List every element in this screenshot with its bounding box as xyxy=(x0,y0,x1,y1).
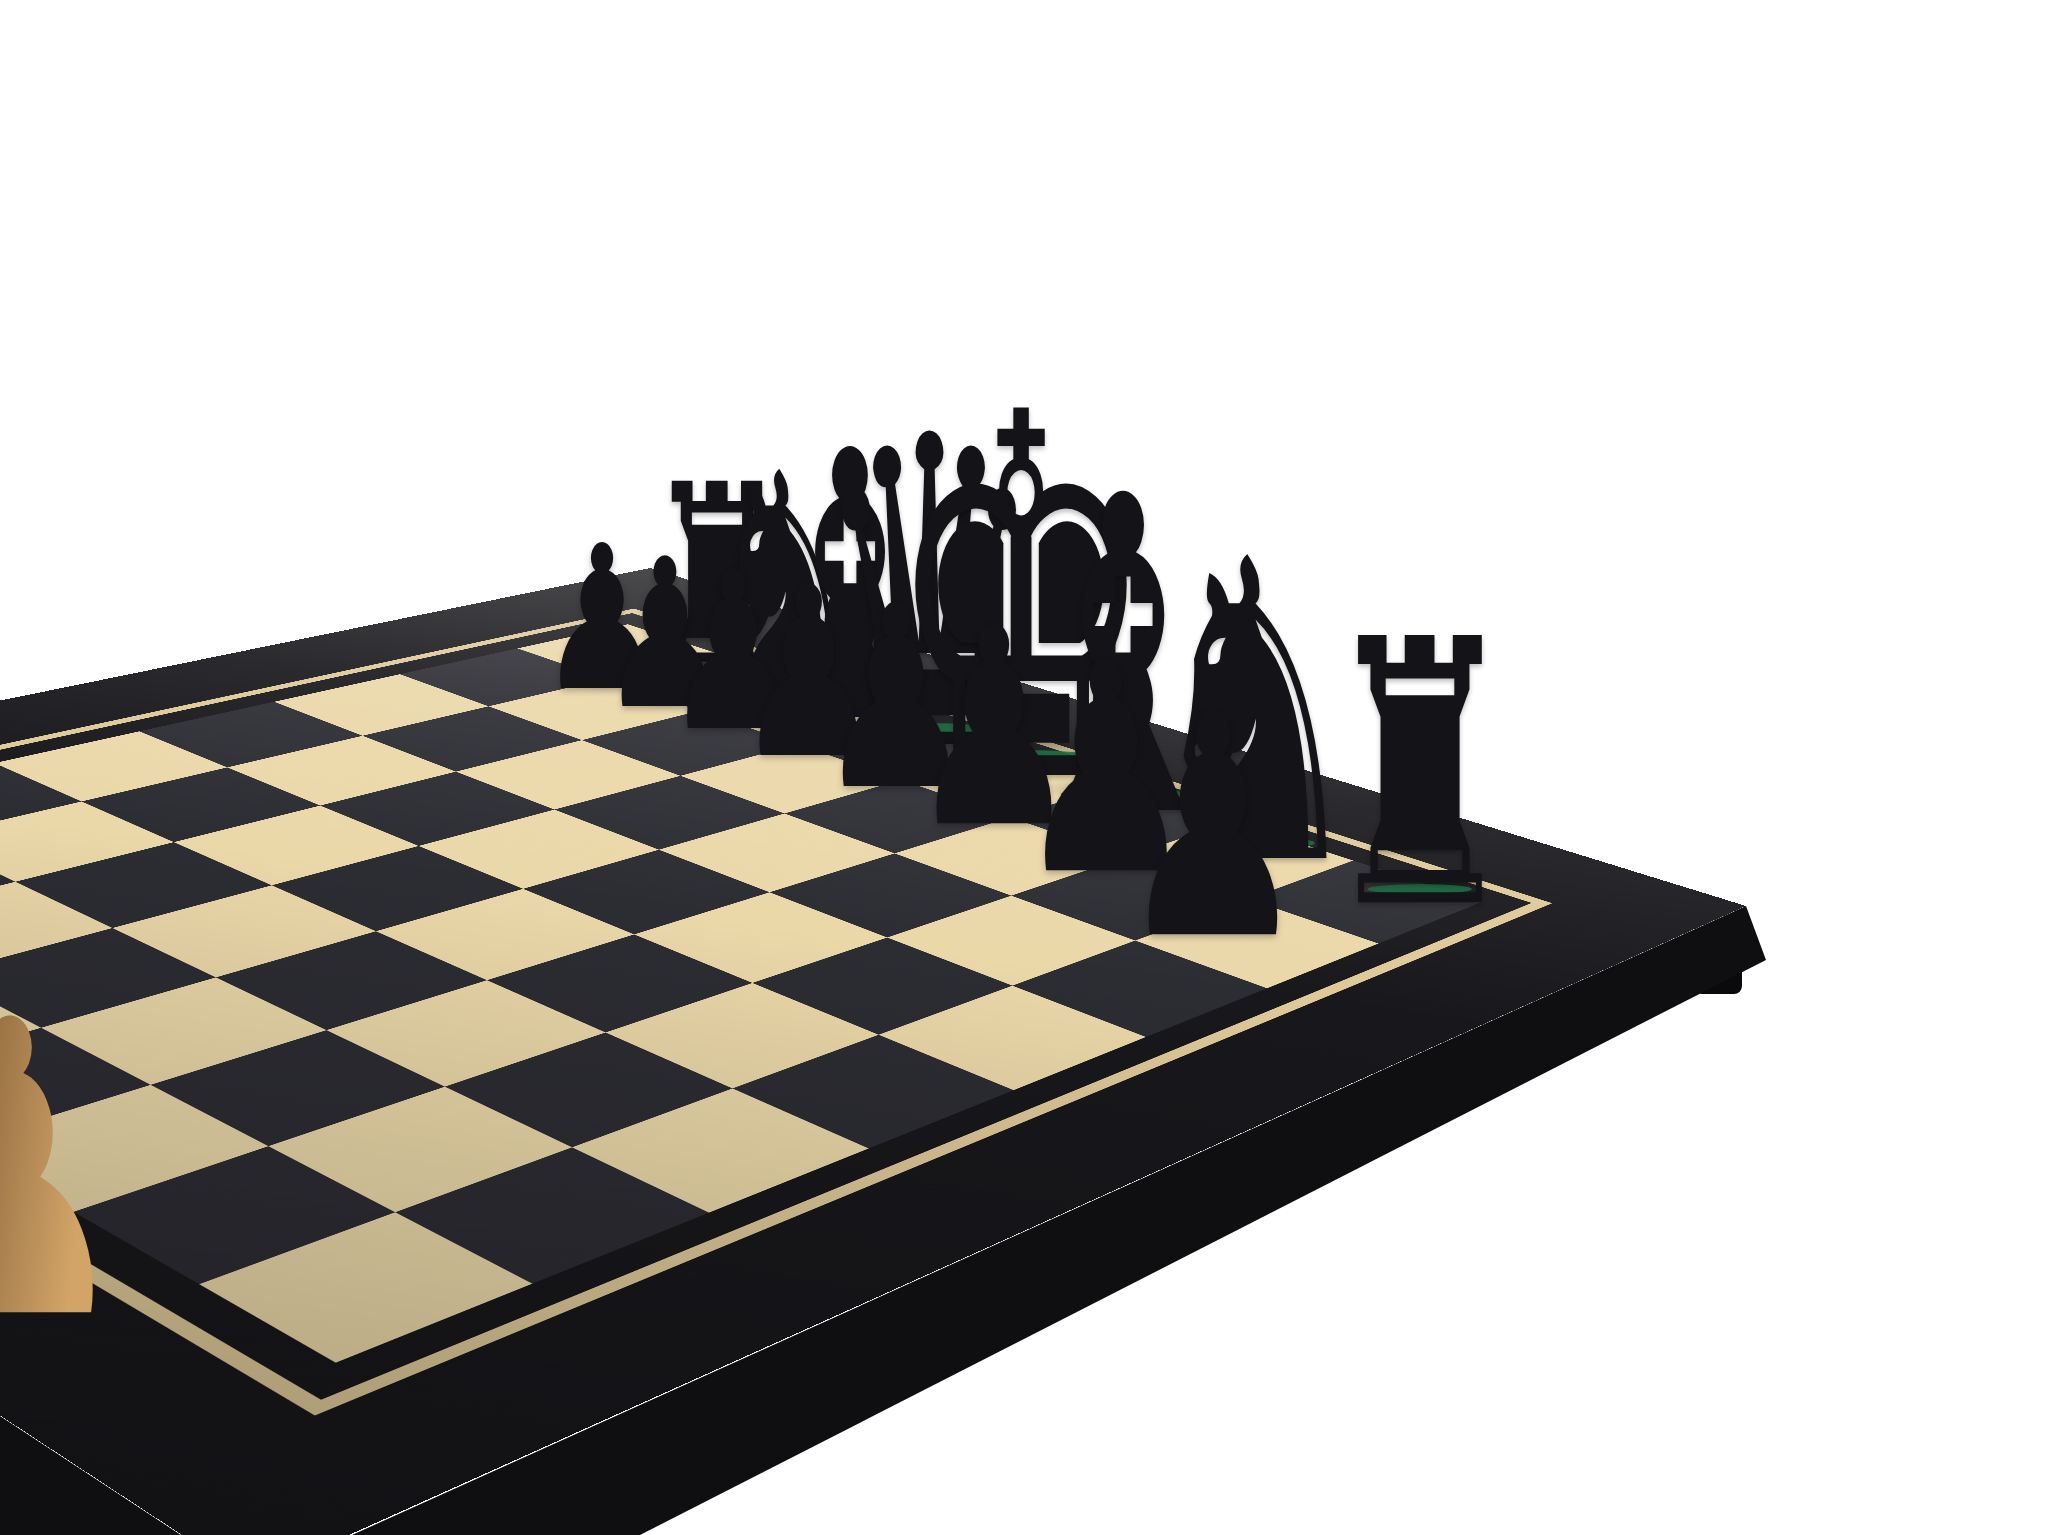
pawn-glyph: ♟ xyxy=(0,969,134,1375)
white-partial-pieces: ♟ xyxy=(0,0,2048,1535)
chessboard-scene: ♜♞♝♛♚♝♞♜♟♟♟♟♟♟♟♟ ♟ xyxy=(0,0,2048,1535)
product-photo-canvas: { "game": { "name": "chess", "variant": … xyxy=(0,0,2048,1535)
